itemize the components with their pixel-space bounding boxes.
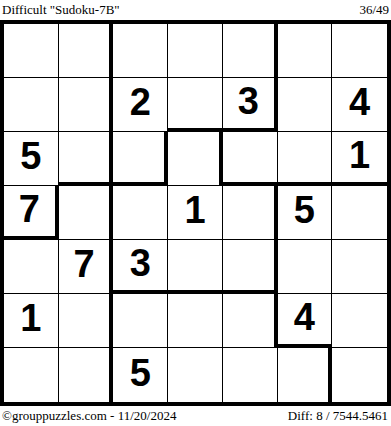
cell-r3c1-given: 5: [4, 132, 59, 186]
cell-r4c5[interactable]: [223, 186, 278, 240]
cell-r1c3[interactable]: [113, 24, 168, 78]
cell-r3c5[interactable]: [223, 132, 278, 186]
cell-r2c3-given: 2: [113, 78, 168, 132]
cell-r3c6[interactable]: [278, 132, 333, 186]
cell-r3c7-given: 1: [332, 132, 387, 186]
cell-r7c6[interactable]: [278, 348, 333, 402]
header: Difficult "Sudoku-7B" 36/49: [0, 0, 391, 20]
cell-r4c4-given: 1: [168, 186, 223, 240]
cell-r3c3[interactable]: [113, 132, 168, 186]
cell-r2c7-given: 4: [332, 78, 387, 132]
cell-r2c4[interactable]: [168, 78, 223, 132]
cell-r5c1[interactable]: [4, 240, 59, 294]
cell-r6c5[interactable]: [223, 294, 278, 348]
cell-r6c2[interactable]: [59, 294, 114, 348]
cell-r4c3[interactable]: [113, 186, 168, 240]
cell-r2c1[interactable]: [4, 78, 59, 132]
cell-r2c6[interactable]: [278, 78, 333, 132]
cell-r5c5[interactable]: [223, 240, 278, 294]
cell-r1c7[interactable]: [332, 24, 387, 78]
cell-r4c1-given: 7: [4, 186, 59, 240]
cell-r6c4[interactable]: [168, 294, 223, 348]
cell-r5c3-given: 3: [113, 240, 168, 294]
cell-r5c4[interactable]: [168, 240, 223, 294]
cell-r6c7[interactable]: [332, 294, 387, 348]
puzzle-title: Difficult "Sudoku-7B": [2, 0, 120, 20]
cell-r3c4[interactable]: [168, 132, 223, 186]
cell-r2c5-given: 3: [223, 78, 278, 132]
cell-r7c4[interactable]: [168, 348, 223, 402]
cell-r4c7[interactable]: [332, 186, 387, 240]
cell-r6c6-given: 4: [278, 294, 333, 348]
cell-r2c2[interactable]: [59, 78, 114, 132]
cell-r7c1[interactable]: [4, 348, 59, 402]
cell-r3c2[interactable]: [59, 132, 114, 186]
footer: ©grouppuzzles.com - 11/20/2024 Diff: 8 /…: [0, 406, 391, 426]
cell-r7c7[interactable]: [332, 348, 387, 402]
cell-r1c6[interactable]: [278, 24, 333, 78]
cell-r6c1-given: 1: [4, 294, 59, 348]
cell-r1c2[interactable]: [59, 24, 114, 78]
copyright-date: ©grouppuzzles.com - 11/20/2024: [2, 406, 176, 426]
empty-cells-counter: 36/49: [359, 0, 389, 20]
cell-r6c3[interactable]: [113, 294, 168, 348]
cell-r4c2[interactable]: [59, 186, 114, 240]
cell-r5c2-given: 7: [59, 240, 114, 294]
cell-r5c6[interactable]: [278, 240, 333, 294]
cell-r7c5[interactable]: [223, 348, 278, 402]
cell-r7c2[interactable]: [59, 348, 114, 402]
cell-r5c7[interactable]: [332, 240, 387, 294]
difficulty-rating: Diff: 8 / 7544.5461: [288, 406, 388, 426]
cell-r4c6-given: 5: [278, 186, 333, 240]
cell-r1c1[interactable]: [4, 24, 59, 78]
cell-r7c3-given: 5: [113, 348, 168, 402]
cell-r1c5[interactable]: [223, 24, 278, 78]
sudoku-board: 2345171573145: [0, 20, 391, 406]
cell-r1c4[interactable]: [168, 24, 223, 78]
